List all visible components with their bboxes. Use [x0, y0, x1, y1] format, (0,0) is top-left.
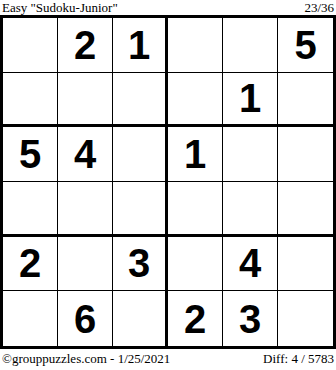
puzzle-counter: 23/36 [304, 1, 334, 15]
puzzle-title: Easy "Sudoku-Junior" [2, 1, 118, 15]
cell-r4c6[interactable] [278, 182, 333, 237]
cell-r6c4: 2 [168, 291, 223, 346]
cell-r5c3: 3 [113, 237, 168, 292]
cell-r5c5: 4 [223, 237, 278, 292]
sudoku-board: 2 1 5 1 5 4 1 2 3 4 6 2 3 [0, 15, 336, 349]
cell-r3c2: 4 [58, 127, 113, 182]
cell-r4c4[interactable] [168, 182, 223, 237]
cell-r2c1[interactable] [3, 73, 58, 128]
cell-r6c1[interactable] [3, 291, 58, 346]
cell-r6c2: 6 [58, 291, 113, 346]
cell-r6c3[interactable] [113, 291, 168, 346]
puzzle-footer: ©grouppuzzles.com - 1/25/2021 Diff: 4 / … [0, 349, 336, 370]
cell-r3c3[interactable] [113, 127, 168, 182]
cell-r1c4[interactable] [168, 18, 223, 73]
cell-r1c5[interactable] [223, 18, 278, 73]
cell-r3c6[interactable] [278, 127, 333, 182]
cell-r1c2: 2 [58, 18, 113, 73]
cell-r1c6: 5 [278, 18, 333, 73]
cell-r3c5[interactable] [223, 127, 278, 182]
cell-r2c2[interactable] [58, 73, 113, 128]
cell-r1c1[interactable] [3, 18, 58, 73]
cell-r5c2[interactable] [58, 237, 113, 292]
difficulty-text: Diff: 4 / 5783 [263, 352, 334, 366]
copyright-text: ©grouppuzzles.com - 1/25/2021 [2, 352, 170, 366]
cell-r5c6[interactable] [278, 237, 333, 292]
cell-r1c3: 1 [113, 18, 168, 73]
cell-r4c3[interactable] [113, 182, 168, 237]
cell-r6c5: 3 [223, 291, 278, 346]
cell-r3c1: 5 [3, 127, 58, 182]
cell-r3c4: 1 [168, 127, 223, 182]
cell-r5c4[interactable] [168, 237, 223, 292]
puzzle-header: Easy "Sudoku-Junior" 23/36 [0, 0, 336, 15]
cell-r4c2[interactable] [58, 182, 113, 237]
cell-r2c3[interactable] [113, 73, 168, 128]
cell-r6c6[interactable] [278, 291, 333, 346]
cell-r2c5: 1 [223, 73, 278, 128]
cell-r4c5[interactable] [223, 182, 278, 237]
cell-r2c4[interactable] [168, 73, 223, 128]
cell-r2c6[interactable] [278, 73, 333, 128]
cell-r4c1[interactable] [3, 182, 58, 237]
cell-r5c1: 2 [3, 237, 58, 292]
